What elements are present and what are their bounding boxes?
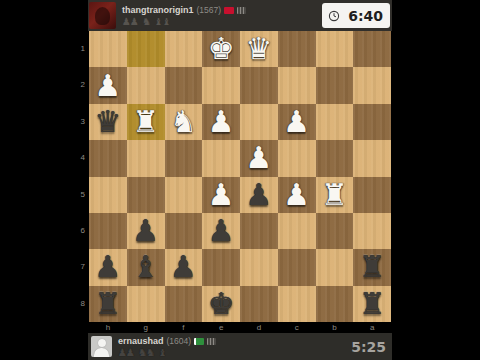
square-g5[interactable] <box>127 177 165 213</box>
captured-white-bishop-icon: ♝ <box>162 16 170 27</box>
top-player-time: 6:40 <box>348 8 383 24</box>
square-c8[interactable] <box>278 286 316 322</box>
file-coordinate-labels: hgfedcba <box>89 322 391 333</box>
bottom-player-rating: (1604) <box>167 336 192 347</box>
video-frame: thangtranorigin1 (1567) ♟♟♞♝♝ 6:40 ♚♛♟♛♜… <box>0 0 480 360</box>
top-player-clock: 6:40 <box>322 3 390 28</box>
white-king-e1[interactable]: ♚ <box>202 31 240 67</box>
square-b3[interactable] <box>316 104 354 140</box>
square-g6[interactable]: ♟ <box>127 213 165 249</box>
bottom-player-captured-tray: ♟♟♞♞♝ <box>118 347 351 358</box>
square-c6[interactable] <box>278 213 316 249</box>
square-f2[interactable] <box>165 67 203 103</box>
captured-white-bishop-icon: ♝ <box>154 16 162 27</box>
square-h7[interactable]: ♟ <box>89 249 127 285</box>
rank-label-2: 2 <box>71 80 85 89</box>
square-h4[interactable] <box>89 140 127 176</box>
square-c3[interactable]: ♟ <box>278 104 316 140</box>
bottom-player-bar: ernaushad (1604) ♟♟♞♞♝ 5:25 <box>88 333 392 360</box>
top-player-avatar[interactable] <box>89 2 116 29</box>
white-rook-b5[interactable]: ♜ <box>316 177 354 213</box>
square-a8[interactable]: ♜ <box>353 286 391 322</box>
square-a4[interactable] <box>353 140 391 176</box>
file-label-c: c <box>278 322 316 333</box>
square-a1[interactable] <box>353 31 391 67</box>
square-d2[interactable] <box>240 67 278 103</box>
square-e2[interactable] <box>202 67 240 103</box>
bottom-player-username[interactable]: ernaushad <box>118 336 164 347</box>
rank-coordinate-labels: 12345678 <box>70 31 87 322</box>
square-h2[interactable]: ♟ <box>89 67 127 103</box>
top-player-info: thangtranorigin1 (1567) ♟♟♞♝♝ <box>122 5 322 27</box>
square-e1[interactable]: ♚ <box>202 31 240 67</box>
square-b1[interactable] <box>316 31 354 67</box>
square-d6[interactable] <box>240 213 278 249</box>
white-pawn-c5[interactable]: ♟ <box>278 177 316 213</box>
black-pawn-g6[interactable]: ♟ <box>127 213 165 249</box>
square-d4[interactable]: ♟ <box>240 140 278 176</box>
avatar-person-icon <box>98 339 106 347</box>
file-label-g: g <box>127 322 165 333</box>
rank-label-3: 3 <box>71 117 85 126</box>
square-b8[interactable] <box>316 286 354 322</box>
avatar-person-icon <box>94 348 109 357</box>
top-player-captured-tray: ♟♟♞♝♝ <box>122 16 322 27</box>
black-queen-h3[interactable]: ♛ <box>89 104 127 140</box>
white-knight-f3[interactable]: ♞ <box>165 104 203 140</box>
square-a2[interactable] <box>353 67 391 103</box>
square-b4[interactable] <box>316 140 354 176</box>
square-g8[interactable] <box>127 286 165 322</box>
square-g4[interactable] <box>127 140 165 176</box>
square-d3[interactable] <box>240 104 278 140</box>
rank-label-6: 6 <box>71 226 85 235</box>
white-pawn-c3[interactable]: ♟ <box>278 104 316 140</box>
square-h5[interactable] <box>89 177 127 213</box>
square-f8[interactable] <box>165 286 203 322</box>
captured-white-knight-icon: ♞ <box>142 16 150 27</box>
square-b7[interactable] <box>316 249 354 285</box>
bottom-player-info: ernaushad (1604) ♟♟♞♞♝ <box>118 336 351 358</box>
black-rook-h8[interactable]: ♜ <box>89 286 127 322</box>
top-player-bar: thangtranorigin1 (1567) ♟♟♞♝♝ 6:40 <box>88 0 392 31</box>
square-d5[interactable]: ♟ <box>240 177 278 213</box>
rank-label-1: 1 <box>71 44 85 53</box>
square-d8[interactable] <box>240 286 278 322</box>
black-bishop-g7[interactable]: ♝ <box>127 249 165 285</box>
square-f1[interactable] <box>165 31 203 67</box>
white-rook-g3[interactable]: ♜ <box>127 104 165 140</box>
bottom-player-badge-icon <box>207 338 216 345</box>
square-g2[interactable] <box>127 67 165 103</box>
black-pawn-e6[interactable]: ♟ <box>202 213 240 249</box>
rank-label-4: 4 <box>71 153 85 162</box>
file-label-b: b <box>316 322 354 333</box>
rank-label-5: 5 <box>71 190 85 199</box>
square-c1[interactable] <box>278 31 316 67</box>
captured-black-bishop-icon: ♝ <box>158 347 166 358</box>
file-label-f: f <box>165 322 203 333</box>
square-a7[interactable]: ♜ <box>353 249 391 285</box>
square-a5[interactable] <box>353 177 391 213</box>
white-pawn-d4[interactable]: ♟ <box>240 140 278 176</box>
bottom-player-avatar[interactable] <box>91 336 112 357</box>
bottom-player-time: 5:25 <box>351 339 386 355</box>
square-e6[interactable]: ♟ <box>202 213 240 249</box>
file-label-h: h <box>89 322 127 333</box>
captured-white-pawn-icon: ♟ <box>130 16 138 27</box>
square-e8[interactable]: ♚ <box>202 286 240 322</box>
white-pawn-h2[interactable]: ♟ <box>89 67 127 103</box>
rank-label-8: 8 <box>71 299 85 308</box>
white-queen-d1[interactable]: ♛ <box>240 31 278 67</box>
square-e7[interactable] <box>202 249 240 285</box>
captured-white-pawn-icon: ♟ <box>122 16 130 27</box>
square-h8[interactable]: ♜ <box>89 286 127 322</box>
black-king-e8[interactable]: ♚ <box>202 286 240 322</box>
black-pawn-h7[interactable]: ♟ <box>89 249 127 285</box>
square-h6[interactable] <box>89 213 127 249</box>
captured-black-pawn-icon: ♟ <box>126 347 134 358</box>
square-a6[interactable] <box>353 213 391 249</box>
square-a3[interactable] <box>353 104 391 140</box>
file-label-e: e <box>202 322 240 333</box>
captured-black-knight-icon: ♞ <box>138 347 146 358</box>
top-player-badge-icon <box>237 7 246 14</box>
square-b5[interactable]: ♜ <box>316 177 354 213</box>
square-e3[interactable]: ♟ <box>202 104 240 140</box>
square-d1[interactable]: ♛ <box>240 31 278 67</box>
captured-black-knight-icon: ♞ <box>146 347 154 358</box>
square-e4[interactable] <box>202 140 240 176</box>
square-f4[interactable] <box>165 140 203 176</box>
square-b6[interactable] <box>316 213 354 249</box>
square-c7[interactable] <box>278 249 316 285</box>
square-c5[interactable]: ♟ <box>278 177 316 213</box>
bottom-player-flag-icon <box>194 338 204 345</box>
black-pawn-d5[interactable]: ♟ <box>240 177 278 213</box>
white-pawn-e3[interactable]: ♟ <box>202 104 240 140</box>
top-player-flag-icon <box>224 7 234 14</box>
square-f6[interactable] <box>165 213 203 249</box>
square-g7[interactable]: ♝ <box>127 249 165 285</box>
white-pawn-e5[interactable]: ♟ <box>202 177 240 213</box>
file-label-d: d <box>240 322 278 333</box>
chess-board: ♚♛♟♛♜♞♟♟♟♟♟♟♜♟♟♟♝♟♜♜♚♜ <box>89 31 391 322</box>
clock-icon <box>328 10 340 22</box>
top-player-rating: (1567) <box>197 5 222 16</box>
captured-black-pawn-icon: ♟ <box>118 347 126 358</box>
square-f7[interactable]: ♟ <box>165 249 203 285</box>
square-h1[interactable] <box>89 31 127 67</box>
bottom-player-clock: 5:25 <box>351 339 386 355</box>
rank-label-7: 7 <box>71 262 85 271</box>
game-content: thangtranorigin1 (1567) ♟♟♞♝♝ 6:40 ♚♛♟♛♜… <box>88 0 392 360</box>
square-b2[interactable] <box>316 67 354 103</box>
black-rook-a8[interactable]: ♜ <box>353 286 391 322</box>
square-d7[interactable] <box>240 249 278 285</box>
square-g1[interactable] <box>127 31 165 67</box>
square-f3[interactable]: ♞ <box>165 104 203 140</box>
square-e5[interactable]: ♟ <box>202 177 240 213</box>
square-h3[interactable]: ♛ <box>89 104 127 140</box>
square-c2[interactable] <box>278 67 316 103</box>
top-player-username[interactable]: thangtranorigin1 <box>122 5 194 16</box>
square-f5[interactable] <box>165 177 203 213</box>
square-g3[interactable]: ♜ <box>127 104 165 140</box>
square-c4[interactable] <box>278 140 316 176</box>
black-rook-a7[interactable]: ♜ <box>353 249 391 285</box>
file-label-a: a <box>353 322 391 333</box>
black-pawn-f7[interactable]: ♟ <box>165 249 203 285</box>
